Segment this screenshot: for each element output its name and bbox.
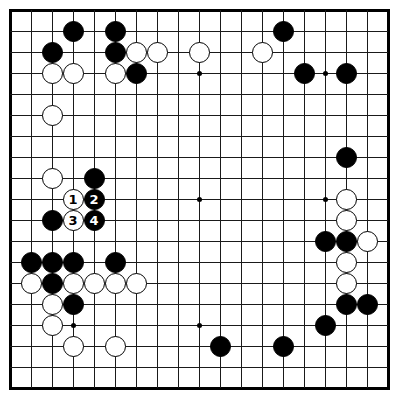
move-number-label: 2	[89, 192, 98, 205]
stone-black	[273, 336, 294, 357]
stone-black	[21, 252, 42, 273]
stone-white	[42, 294, 63, 315]
stone-white	[84, 273, 105, 294]
stone-black	[210, 336, 231, 357]
go-diagram-page: 1234	[0, 0, 400, 400]
stone-black	[105, 42, 126, 63]
stone-white	[105, 336, 126, 357]
stone-white	[147, 42, 168, 63]
stone-white	[126, 42, 147, 63]
stone-black	[336, 147, 357, 168]
stone-black	[63, 21, 84, 42]
stone-black	[357, 294, 378, 315]
stone-white	[42, 315, 63, 336]
stone-black	[42, 210, 63, 231]
stone-black	[84, 168, 105, 189]
stone-white	[336, 210, 357, 231]
stone-black	[336, 231, 357, 252]
move-1-stone-white: 1	[63, 189, 84, 210]
stone-white	[252, 42, 273, 63]
stone-white	[336, 252, 357, 273]
stone-white	[357, 231, 378, 252]
stone-black	[42, 252, 63, 273]
move-number-label: 1	[68, 192, 77, 205]
stone-black	[105, 21, 126, 42]
stone-white	[42, 105, 63, 126]
stones-layer: 1234	[0, 0, 399, 399]
stone-white	[126, 273, 147, 294]
move-number-label: 4	[89, 213, 98, 226]
stone-black	[42, 42, 63, 63]
stone-black	[105, 252, 126, 273]
stone-white	[105, 273, 126, 294]
move-3-stone-white: 3	[63, 210, 84, 231]
stone-white	[336, 189, 357, 210]
stone-white	[63, 273, 84, 294]
stone-white	[105, 63, 126, 84]
stone-black	[336, 294, 357, 315]
stone-white	[336, 273, 357, 294]
stone-black	[315, 231, 336, 252]
stone-white	[63, 63, 84, 84]
stone-black	[63, 252, 84, 273]
stone-white	[42, 63, 63, 84]
move-2-stone-black: 2	[84, 189, 105, 210]
stone-black	[42, 273, 63, 294]
stone-black	[336, 63, 357, 84]
stone-black	[315, 315, 336, 336]
stone-black	[294, 63, 315, 84]
stone-white	[189, 42, 210, 63]
stone-black	[126, 63, 147, 84]
stone-white	[42, 168, 63, 189]
go-board: 1234	[0, 0, 400, 400]
stone-black	[273, 21, 294, 42]
move-4-stone-black: 4	[84, 210, 105, 231]
stone-white	[63, 336, 84, 357]
stone-black	[63, 294, 84, 315]
stone-white	[21, 273, 42, 294]
move-number-label: 3	[68, 213, 77, 226]
